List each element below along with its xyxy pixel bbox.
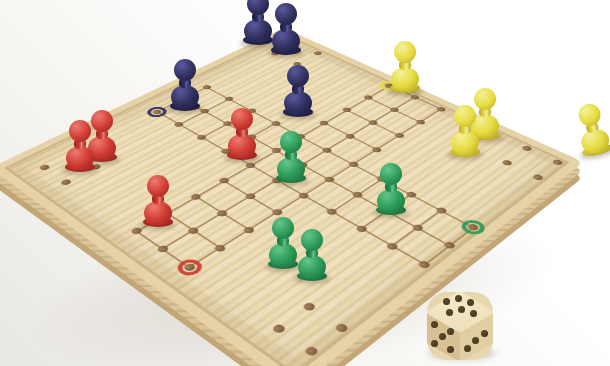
board-hole xyxy=(304,346,320,358)
die-pip-left xyxy=(431,340,438,347)
blue-peg[interactable] xyxy=(170,59,200,111)
yellow-peg[interactable] xyxy=(450,105,480,157)
board-hole xyxy=(521,145,533,152)
peg-body xyxy=(228,134,256,158)
green-peg[interactable] xyxy=(268,217,298,269)
peg-body xyxy=(391,67,419,91)
peg-body xyxy=(451,131,479,155)
board-hole xyxy=(532,174,545,182)
board-hole xyxy=(313,51,324,56)
die-pip-right xyxy=(464,345,471,352)
peg-head xyxy=(287,65,309,87)
peg-head xyxy=(147,175,169,197)
board-hole xyxy=(302,301,317,312)
red-peg[interactable] xyxy=(143,175,173,227)
die-pip-top xyxy=(446,309,453,316)
peg-head xyxy=(301,229,323,251)
peg-body xyxy=(244,19,272,43)
peg-body xyxy=(144,201,172,225)
peg-head xyxy=(380,163,402,185)
peg-body xyxy=(284,91,312,115)
red-peg[interactable] xyxy=(227,108,257,160)
yellow-peg[interactable] xyxy=(390,41,420,93)
peg-head xyxy=(231,108,253,130)
red-peg[interactable] xyxy=(65,120,95,172)
peg-body xyxy=(171,85,199,109)
green-peg[interactable] xyxy=(376,163,406,215)
peg-head xyxy=(272,217,294,239)
yellow-peg[interactable] xyxy=(573,101,610,158)
die-pip-right xyxy=(481,330,488,337)
die-pip-top xyxy=(470,310,477,317)
peg-body xyxy=(269,243,297,267)
die[interactable] xyxy=(427,292,493,360)
peg-head xyxy=(577,102,603,128)
blue-peg[interactable] xyxy=(243,0,273,45)
die-pip-top xyxy=(467,299,474,306)
peg-body xyxy=(66,146,94,170)
board-hole xyxy=(501,159,514,166)
peg-head xyxy=(394,41,416,63)
board-hole xyxy=(552,159,565,166)
board-hole xyxy=(271,323,287,334)
peg-head xyxy=(454,105,476,127)
board-hole xyxy=(334,323,350,334)
peg-head xyxy=(280,131,302,153)
green-peg[interactable] xyxy=(276,131,306,183)
peg-head xyxy=(275,3,297,25)
die-pip-top xyxy=(455,295,462,302)
scene xyxy=(0,0,610,366)
board-hole xyxy=(59,179,72,187)
board-hole xyxy=(38,164,51,171)
peg-head xyxy=(69,120,91,142)
die-pip-top xyxy=(458,306,465,313)
peg-body xyxy=(277,157,305,181)
peg-body xyxy=(272,29,300,53)
peg-body xyxy=(377,189,405,213)
blue-peg[interactable] xyxy=(283,65,313,117)
green-peg[interactable] xyxy=(297,229,327,281)
peg-head xyxy=(247,0,269,15)
peg-body xyxy=(298,255,326,279)
peg-head xyxy=(174,59,196,81)
blue-peg[interactable] xyxy=(271,3,301,55)
